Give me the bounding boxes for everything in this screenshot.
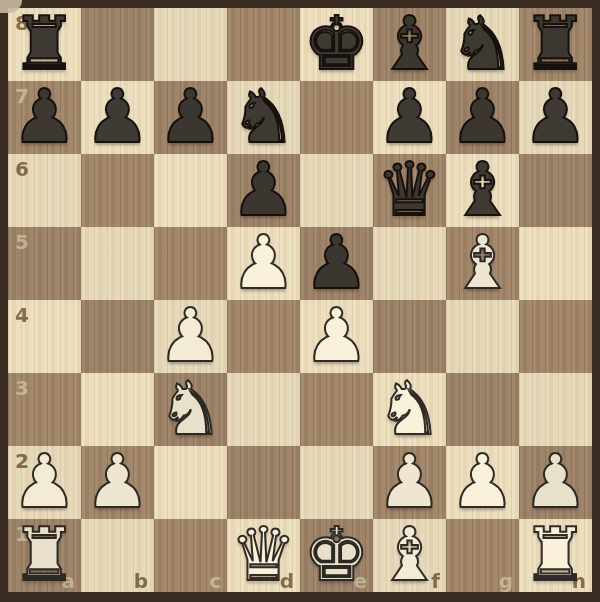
square-a2[interactable]: 2♟ — [8, 446, 81, 519]
piece-white-pawn-a2[interactable]: ♟ — [8, 446, 81, 519]
piece-black-bishop-f8[interactable]: ♝ — [373, 8, 446, 81]
square-d2[interactable] — [227, 446, 300, 519]
piece-white-pawn-g2[interactable]: ♟ — [446, 446, 519, 519]
piece-white-pawn-d5[interactable]: ♟ — [227, 227, 300, 300]
square-d8[interactable] — [227, 8, 300, 81]
piece-white-pawn-h2[interactable]: ♟ — [519, 446, 592, 519]
square-h1[interactable]: h♜ — [519, 519, 592, 592]
square-d7[interactable]: ♞ — [227, 81, 300, 154]
square-a7[interactable]: 7♟ — [8, 81, 81, 154]
square-f3[interactable]: ♞ — [373, 373, 446, 446]
square-b1[interactable]: b — [81, 519, 154, 592]
piece-white-bishop-f1[interactable]: ♝ — [373, 519, 446, 592]
piece-black-pawn-b7[interactable]: ♟ — [81, 81, 154, 154]
square-g2[interactable]: ♟ — [446, 446, 519, 519]
square-f7[interactable]: ♟ — [373, 81, 446, 154]
piece-white-rook-a1[interactable]: ♜ — [8, 519, 81, 592]
square-f5[interactable] — [373, 227, 446, 300]
square-e1[interactable]: e♚ — [300, 519, 373, 592]
coord-file-c: c — [209, 571, 221, 591]
coord-rank-3: 3 — [15, 378, 29, 398]
square-h8[interactable]: ♜ — [519, 8, 592, 81]
square-f2[interactable]: ♟ — [373, 446, 446, 519]
piece-black-pawn-h7[interactable]: ♟ — [519, 81, 592, 154]
square-a5[interactable]: 5 — [8, 227, 81, 300]
square-g5[interactable]: ♝ — [446, 227, 519, 300]
square-f8[interactable]: ♝ — [373, 8, 446, 81]
coord-file-g: g — [499, 571, 513, 591]
square-b4[interactable] — [81, 300, 154, 373]
piece-black-rook-h8[interactable]: ♜ — [519, 8, 592, 81]
piece-black-bishop-g6[interactable]: ♝ — [446, 154, 519, 227]
piece-black-pawn-f7[interactable]: ♟ — [373, 81, 446, 154]
piece-black-pawn-g7[interactable]: ♟ — [446, 81, 519, 154]
square-a6[interactable]: 6 — [8, 154, 81, 227]
square-b2[interactable]: ♟ — [81, 446, 154, 519]
square-g4[interactable] — [446, 300, 519, 373]
square-e8[interactable]: ♚ — [300, 8, 373, 81]
square-h7[interactable]: ♟ — [519, 81, 592, 154]
square-h6[interactable] — [519, 154, 592, 227]
piece-white-pawn-c4[interactable]: ♟ — [154, 300, 227, 373]
piece-white-knight-c3[interactable]: ♞ — [154, 373, 227, 446]
square-g3[interactable] — [446, 373, 519, 446]
square-c7[interactable]: ♟ — [154, 81, 227, 154]
piece-white-king-e1[interactable]: ♚ — [300, 519, 373, 592]
square-a3[interactable]: 3 — [8, 373, 81, 446]
square-c4[interactable]: ♟ — [154, 300, 227, 373]
square-d1[interactable]: d♛ — [227, 519, 300, 592]
square-b7[interactable]: ♟ — [81, 81, 154, 154]
square-b8[interactable] — [81, 8, 154, 81]
coord-file-b: b — [134, 571, 148, 591]
piece-white-queen-d1[interactable]: ♛ — [227, 519, 300, 592]
square-b3[interactable] — [81, 373, 154, 446]
piece-black-knight-g8[interactable]: ♞ — [446, 8, 519, 81]
square-e4[interactable]: ♟ — [300, 300, 373, 373]
square-c1[interactable]: c — [154, 519, 227, 592]
square-e7[interactable] — [300, 81, 373, 154]
chess-board: 8♜♚♝♞♜7♟♟♟♞♟♟♟6♟♛♝5♟♟♝4♟♟3♞♞2♟♟♟♟♟1a♜bcd… — [8, 8, 592, 592]
square-g8[interactable]: ♞ — [446, 8, 519, 81]
square-b5[interactable] — [81, 227, 154, 300]
square-d4[interactable] — [227, 300, 300, 373]
square-a4[interactable]: 4 — [8, 300, 81, 373]
square-c3[interactable]: ♞ — [154, 373, 227, 446]
piece-black-pawn-a7[interactable]: ♟ — [8, 81, 81, 154]
square-g1[interactable]: g — [446, 519, 519, 592]
piece-white-pawn-b2[interactable]: ♟ — [81, 446, 154, 519]
square-g6[interactable]: ♝ — [446, 154, 519, 227]
coord-rank-5: 5 — [15, 232, 29, 252]
piece-black-rook-a8[interactable]: ♜ — [8, 8, 81, 81]
piece-black-pawn-c7[interactable]: ♟ — [154, 81, 227, 154]
square-c2[interactable] — [154, 446, 227, 519]
square-a1[interactable]: 1a♜ — [8, 519, 81, 592]
piece-white-pawn-f2[interactable]: ♟ — [373, 446, 446, 519]
square-f4[interactable] — [373, 300, 446, 373]
piece-white-pawn-e4[interactable]: ♟ — [300, 300, 373, 373]
square-d6[interactable]: ♟ — [227, 154, 300, 227]
board-frame: 8♜♚♝♞♜7♟♟♟♞♟♟♟6♟♛♝5♟♟♝4♟♟3♞♞2♟♟♟♟♟1a♜bcd… — [0, 0, 600, 602]
piece-black-king-e8[interactable]: ♚ — [300, 8, 373, 81]
square-h4[interactable] — [519, 300, 592, 373]
square-g7[interactable]: ♟ — [446, 81, 519, 154]
square-c8[interactable] — [154, 8, 227, 81]
piece-black-pawn-d6[interactable]: ♟ — [227, 154, 300, 227]
square-c5[interactable] — [154, 227, 227, 300]
square-a8[interactable]: 8♜ — [8, 8, 81, 81]
square-e5[interactable]: ♟ — [300, 227, 373, 300]
square-f1[interactable]: f♝ — [373, 519, 446, 592]
square-f6[interactable]: ♛ — [373, 154, 446, 227]
piece-black-knight-d7[interactable]: ♞ — [227, 81, 300, 154]
piece-white-knight-f3[interactable]: ♞ — [373, 373, 446, 446]
square-d5[interactable]: ♟ — [227, 227, 300, 300]
square-h2[interactable]: ♟ — [519, 446, 592, 519]
piece-white-rook-h1[interactable]: ♜ — [519, 519, 592, 592]
square-b6[interactable] — [81, 154, 154, 227]
square-e3[interactable] — [300, 373, 373, 446]
coord-rank-6: 6 — [15, 159, 29, 179]
square-d3[interactable] — [227, 373, 300, 446]
square-h5[interactable] — [519, 227, 592, 300]
square-h3[interactable] — [519, 373, 592, 446]
square-e6[interactable] — [300, 154, 373, 227]
square-e2[interactable] — [300, 446, 373, 519]
piece-white-bishop-g5[interactable]: ♝ — [446, 227, 519, 300]
coord-rank-4: 4 — [15, 305, 29, 325]
piece-black-queen-f6[interactable]: ♛ — [373, 154, 446, 227]
piece-black-pawn-e5[interactable]: ♟ — [300, 227, 373, 300]
square-c6[interactable] — [154, 154, 227, 227]
